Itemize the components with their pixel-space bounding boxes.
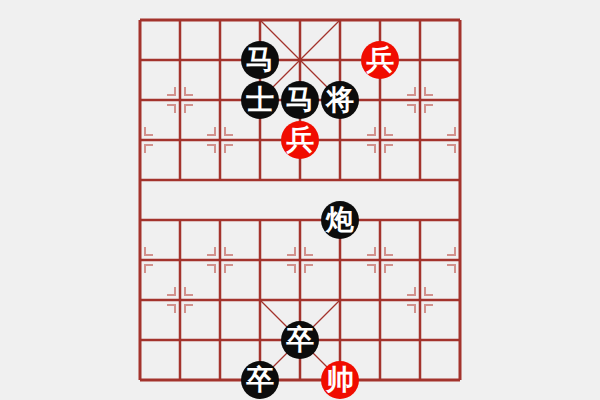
intersection-5-3[interactable]	[320, 120, 360, 160]
intersection-2-4[interactable]	[200, 160, 240, 200]
intersection-1-1[interactable]	[160, 40, 200, 80]
intersection-2-2[interactable]	[200, 80, 240, 120]
intersection-4-1[interactable]	[280, 40, 320, 80]
intersection-0-2[interactable]	[120, 80, 160, 120]
intersection-2-1[interactable]	[200, 40, 240, 80]
intersection-7-7[interactable]	[400, 280, 440, 320]
intersection-5-1[interactable]	[320, 40, 360, 80]
intersection-6-5[interactable]	[360, 200, 400, 240]
intersection-2-8[interactable]	[200, 320, 240, 360]
intersection-2-7[interactable]	[200, 280, 240, 320]
intersection-3-7[interactable]	[240, 280, 280, 320]
intersection-6-4[interactable]	[360, 160, 400, 200]
intersection-2-3[interactable]	[200, 120, 240, 160]
intersection-8-5[interactable]	[440, 200, 480, 240]
piece-black-advisor[interactable]: 士	[241, 81, 279, 119]
intersection-1-9[interactable]	[160, 360, 200, 400]
intersection-0-9[interactable]	[120, 360, 160, 400]
intersection-1-8[interactable]	[160, 320, 200, 360]
intersection-5-9[interactable]: 帅	[320, 360, 360, 400]
intersection-3-8[interactable]	[240, 320, 280, 360]
piece-black-general[interactable]: 将	[321, 81, 359, 119]
intersection-4-7[interactable]	[280, 280, 320, 320]
intersection-5-4[interactable]	[320, 160, 360, 200]
intersection-2-5[interactable]	[200, 200, 240, 240]
intersection-7-2[interactable]	[400, 80, 440, 120]
intersection-1-6[interactable]	[160, 240, 200, 280]
intersection-7-1[interactable]	[400, 40, 440, 80]
intersection-6-3[interactable]	[360, 120, 400, 160]
piece-red-soldier[interactable]: 兵	[281, 121, 319, 159]
intersection-3-2[interactable]: 士	[240, 80, 280, 120]
intersection-5-0[interactable]	[320, 0, 360, 40]
intersection-7-8[interactable]	[400, 320, 440, 360]
intersection-4-5[interactable]	[280, 200, 320, 240]
intersection-2-9[interactable]	[200, 360, 240, 400]
intersection-5-6[interactable]	[320, 240, 360, 280]
board-grid: 马兵士马将兵炮卒卒帅	[120, 0, 480, 400]
intersection-8-9[interactable]	[440, 360, 480, 400]
intersection-8-1[interactable]	[440, 40, 480, 80]
intersection-0-8[interactable]	[120, 320, 160, 360]
piece-black-horse[interactable]: 马	[241, 41, 279, 79]
intersection-6-8[interactable]	[360, 320, 400, 360]
intersection-0-3[interactable]	[120, 120, 160, 160]
intersection-7-6[interactable]	[400, 240, 440, 280]
intersection-6-0[interactable]	[360, 0, 400, 40]
intersection-1-2[interactable]	[160, 80, 200, 120]
intersection-1-7[interactable]	[160, 280, 200, 320]
piece-red-general[interactable]: 帅	[321, 361, 359, 399]
intersection-1-4[interactable]	[160, 160, 200, 200]
intersection-0-0[interactable]	[120, 0, 160, 40]
intersection-6-1[interactable]: 兵	[360, 40, 400, 80]
intersection-8-4[interactable]	[440, 160, 480, 200]
intersection-0-5[interactable]	[120, 200, 160, 240]
intersection-6-7[interactable]	[360, 280, 400, 320]
intersection-7-4[interactable]	[400, 160, 440, 200]
intersection-4-3[interactable]: 兵	[280, 120, 320, 160]
xiangqi-diagram: 马兵士马将兵炮卒卒帅	[0, 0, 600, 400]
intersection-4-8[interactable]: 卒	[280, 320, 320, 360]
intersection-3-9[interactable]: 卒	[240, 360, 280, 400]
intersection-3-4[interactable]	[240, 160, 280, 200]
intersection-5-8[interactable]	[320, 320, 360, 360]
intersection-5-5[interactable]: 炮	[320, 200, 360, 240]
intersection-3-1[interactable]: 马	[240, 40, 280, 80]
piece-black-horse[interactable]: 马	[281, 81, 319, 119]
intersection-0-6[interactable]	[120, 240, 160, 280]
intersection-6-2[interactable]	[360, 80, 400, 120]
intersection-6-9[interactable]	[360, 360, 400, 400]
intersection-8-3[interactable]	[440, 120, 480, 160]
intersection-4-0[interactable]	[280, 0, 320, 40]
intersection-2-6[interactable]	[200, 240, 240, 280]
intersection-7-5[interactable]	[400, 200, 440, 240]
intersection-4-6[interactable]	[280, 240, 320, 280]
intersection-3-0[interactable]	[240, 0, 280, 40]
intersection-3-5[interactable]	[240, 200, 280, 240]
intersection-3-3[interactable]	[240, 120, 280, 160]
intersection-8-2[interactable]	[440, 80, 480, 120]
intersection-1-5[interactable]	[160, 200, 200, 240]
screenshot-root: { "game": "xiangqi", "position": { "fen"…	[0, 0, 600, 400]
intersection-0-7[interactable]	[120, 280, 160, 320]
intersection-4-2[interactable]: 马	[280, 80, 320, 120]
intersection-7-9[interactable]	[400, 360, 440, 400]
intersection-1-3[interactable]	[160, 120, 200, 160]
intersection-6-6[interactable]	[360, 240, 400, 280]
intersection-8-6[interactable]	[440, 240, 480, 280]
intersection-8-0[interactable]	[440, 0, 480, 40]
intersection-4-9[interactable]	[280, 360, 320, 400]
piece-black-soldier[interactable]: 卒	[281, 321, 319, 359]
piece-black-cannon[interactable]: 炮	[321, 201, 359, 239]
intersection-1-0[interactable]	[160, 0, 200, 40]
intersection-5-2[interactable]: 将	[320, 80, 360, 120]
piece-red-soldier[interactable]: 兵	[361, 41, 399, 79]
intersection-4-4[interactable]	[280, 160, 320, 200]
intersection-0-1[interactable]	[120, 40, 160, 80]
intersection-7-3[interactable]	[400, 120, 440, 160]
intersection-8-7[interactable]	[440, 280, 480, 320]
intersection-0-4[interactable]	[120, 160, 160, 200]
intersection-8-8[interactable]	[440, 320, 480, 360]
intersection-7-0[interactable]	[400, 0, 440, 40]
intersection-3-6[interactable]	[240, 240, 280, 280]
piece-black-soldier[interactable]: 卒	[241, 361, 279, 399]
intersection-2-0[interactable]	[200, 0, 240, 40]
intersection-5-7[interactable]	[320, 280, 360, 320]
